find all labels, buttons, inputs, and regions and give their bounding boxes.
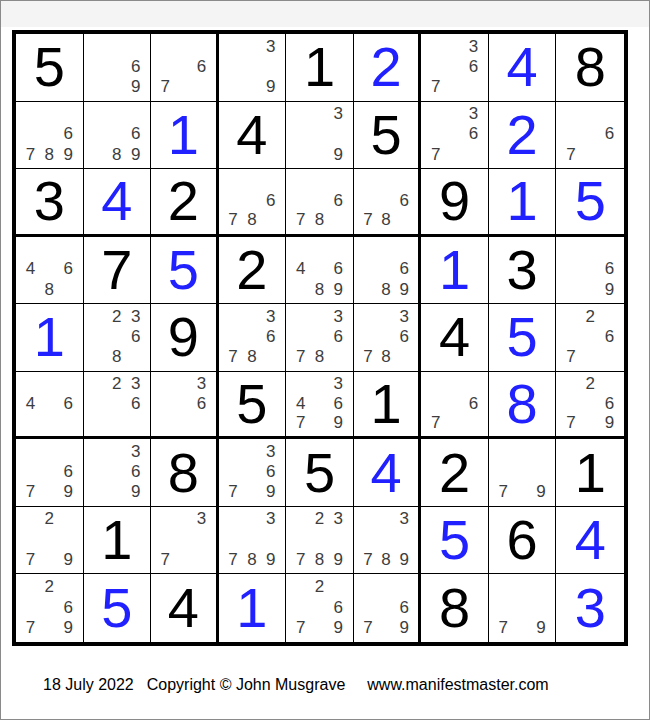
given-digit: 5 — [16, 34, 83, 101]
cell-r6c3[interactable]: 36 — [151, 372, 219, 440]
given-digit: 2 — [219, 237, 286, 304]
candidate-marks: 689 — [89, 104, 146, 165]
solved-digit: 1 — [489, 169, 556, 234]
cell-r3c3[interactable]: 2 — [151, 169, 219, 237]
candidate-marks: 3679 — [224, 441, 281, 502]
cell-r4c9[interactable]: 69 — [556, 237, 624, 305]
cell-r6c7[interactable]: 67 — [421, 372, 489, 440]
cell-r7c7[interactable]: 2 — [421, 439, 489, 507]
candidate-marks: 67 — [561, 104, 619, 165]
cell-r1c5[interactable]: 1 — [286, 34, 354, 102]
solved-digit: 3 — [556, 574, 624, 642]
given-digit: 8 — [421, 574, 488, 642]
candidate-marks: 678 — [359, 171, 414, 230]
footer-website: www.manifestmaster.com — [367, 676, 548, 693]
cell-r7c1[interactable]: 679 — [16, 439, 84, 507]
candidate-marks: 6789 — [21, 104, 78, 165]
solved-digit: 5 — [556, 169, 624, 234]
cell-r2c9[interactable]: 67 — [556, 102, 624, 170]
cell-r5c8[interactable]: 5 — [489, 304, 557, 372]
cell-r8c7[interactable]: 5 — [421, 507, 489, 575]
cell-r4c3[interactable]: 5 — [151, 237, 219, 305]
cell-r7c2[interactable]: 369 — [84, 439, 152, 507]
solved-digit: 5 — [151, 237, 216, 304]
solved-digit: 4 — [84, 169, 151, 234]
candidate-marks: 69 — [89, 36, 146, 97]
solved-digit: 1 — [421, 237, 488, 304]
given-digit: 4 — [421, 304, 488, 371]
cell-r9c1[interactable]: 2679 — [16, 574, 84, 642]
given-digit: 9 — [151, 304, 216, 371]
cell-r1c6[interactable]: 2 — [354, 34, 422, 102]
cell-r8c8[interactable]: 6 — [489, 507, 557, 575]
given-digit: 1 — [286, 34, 353, 101]
given-digit: 3 — [489, 237, 556, 304]
candidate-marks: 2679 — [561, 374, 619, 433]
cell-r9c9[interactable]: 3 — [556, 574, 624, 642]
candidate-marks: 367 — [426, 36, 483, 97]
cell-r1c1[interactable]: 5 — [16, 34, 84, 102]
cell-r1c9[interactable]: 8 — [556, 34, 624, 102]
cell-r3c8[interactable]: 1 — [489, 169, 557, 237]
given-digit: 1 — [84, 507, 151, 574]
candidate-marks: 678 — [291, 171, 348, 230]
cell-r2c5[interactable]: 39 — [286, 102, 354, 170]
solved-digit: 1 — [16, 304, 83, 371]
footer-date: 18 July 2022 — [43, 676, 134, 693]
given-digit: 6 — [489, 507, 556, 574]
candidate-marks: 39 — [224, 36, 281, 97]
candidate-marks: 679 — [21, 441, 78, 502]
candidate-marks: 3678 — [224, 306, 281, 367]
cell-r8c9[interactable]: 4 — [556, 507, 624, 575]
cell-r3c6[interactable]: 678 — [354, 169, 422, 237]
candidate-marks: 279 — [21, 509, 78, 570]
candidate-marks: 34679 — [291, 374, 348, 433]
candidate-marks: 37 — [156, 509, 211, 570]
cell-r6c1[interactable]: 46 — [16, 372, 84, 440]
candidate-marks: 79 — [494, 441, 551, 502]
given-digit: 5 — [286, 439, 353, 506]
given-digit: 3 — [16, 169, 83, 234]
candidate-marks: 2679 — [291, 576, 348, 638]
cell-r8c2[interactable]: 1 — [84, 507, 152, 575]
cell-r5c4[interactable]: 3678 — [219, 304, 287, 372]
candidate-marks: 678 — [224, 171, 281, 230]
given-digit: 4 — [219, 102, 286, 169]
candidate-marks: 3789 — [224, 509, 281, 570]
candidate-marks: 39 — [291, 104, 348, 165]
candidate-marks: 3789 — [359, 509, 414, 570]
candidate-marks: 689 — [359, 239, 414, 300]
cell-r3c7[interactable]: 9 — [421, 169, 489, 237]
cell-r6c4[interactable]: 5 — [219, 372, 287, 440]
cell-r1c7[interactable]: 367 — [421, 34, 489, 102]
cell-r7c9[interactable]: 1 — [556, 439, 624, 507]
cell-r3c1[interactable]: 3 — [16, 169, 84, 237]
cell-r4c8[interactable]: 3 — [489, 237, 557, 305]
cell-r8c5[interactable]: 23789 — [286, 507, 354, 575]
cell-r4c2[interactable]: 7 — [84, 237, 152, 305]
cell-r9c5[interactable]: 2679 — [286, 574, 354, 642]
solved-digit: 5 — [84, 574, 151, 642]
cell-r6c6[interactable]: 1 — [354, 372, 422, 440]
cell-r7c3[interactable]: 8 — [151, 439, 219, 507]
candidate-marks: 23789 — [291, 509, 348, 570]
candidate-marks: 4689 — [291, 239, 348, 300]
solved-digit: 4 — [489, 34, 556, 101]
solved-digit: 4 — [354, 439, 419, 506]
candidate-marks: 67 — [156, 36, 211, 97]
candidate-marks: 67 — [426, 374, 483, 433]
solved-digit: 1 — [219, 574, 286, 642]
footer: 18 July 2022Copyright © John Musgravewww… — [43, 676, 649, 694]
cell-r3c4[interactable]: 678 — [219, 169, 287, 237]
cell-r2c7[interactable]: 367 — [421, 102, 489, 170]
footer-copyright: Copyright © John Musgrave — [147, 676, 346, 693]
cell-r4c5[interactable]: 4689 — [286, 237, 354, 305]
candidate-marks: 369 — [89, 441, 146, 502]
cell-r5c6[interactable]: 3678 — [354, 304, 422, 372]
given-digit: 9 — [421, 169, 488, 234]
cell-r1c3[interactable]: 67 — [151, 34, 219, 102]
cell-r6c8[interactable]: 8 — [489, 372, 557, 440]
page: 5696739123674867896891439536726734267867… — [0, 0, 650, 720]
solved-digit: 5 — [489, 304, 556, 371]
cell-r9c2[interactable]: 5 — [84, 574, 152, 642]
given-digit: 8 — [151, 439, 216, 506]
cell-r9c3[interactable]: 4 — [151, 574, 219, 642]
solved-digit: 5 — [421, 507, 488, 574]
cell-r4c7[interactable]: 1 — [421, 237, 489, 305]
cell-r9c8[interactable]: 79 — [489, 574, 557, 642]
candidate-marks: 79 — [494, 576, 551, 638]
candidate-marks: 2368 — [89, 306, 146, 367]
cell-r5c3[interactable]: 9 — [151, 304, 219, 372]
cell-r2c8[interactable]: 2 — [489, 102, 557, 170]
given-digit: 5 — [219, 372, 286, 437]
solved-digit: 2 — [489, 102, 556, 169]
candidate-marks: 46 — [21, 374, 78, 433]
cell-r2c3[interactable]: 1 — [151, 102, 219, 170]
given-digit: 2 — [421, 439, 488, 506]
candidate-marks: 69 — [561, 239, 619, 300]
given-digit: 8 — [556, 34, 624, 101]
cell-r2c1[interactable]: 6789 — [16, 102, 84, 170]
cell-r3c5[interactable]: 678 — [286, 169, 354, 237]
candidate-marks: 468 — [21, 239, 78, 300]
solved-digit: 4 — [556, 507, 624, 574]
solved-digit: 8 — [489, 372, 556, 437]
cell-r4c1[interactable]: 468 — [16, 237, 84, 305]
sudoku-grid: 5696739123674867896891439536726734267867… — [12, 30, 628, 646]
cell-r5c9[interactable]: 267 — [556, 304, 624, 372]
cell-r8c3[interactable]: 37 — [151, 507, 219, 575]
cell-r9c6[interactable]: 679 — [354, 574, 422, 642]
cell-r7c6[interactable]: 4 — [354, 439, 422, 507]
candidate-marks: 2679 — [21, 576, 78, 638]
cell-r8c4[interactable]: 3789 — [219, 507, 287, 575]
cell-r8c6[interactable]: 3789 — [354, 507, 422, 575]
cell-r7c5[interactable]: 5 — [286, 439, 354, 507]
cell-r5c1[interactable]: 1 — [16, 304, 84, 372]
cell-r1c4[interactable]: 39 — [219, 34, 287, 102]
cell-r9c7[interactable]: 8 — [421, 574, 489, 642]
cell-r8c1[interactable]: 279 — [16, 507, 84, 575]
cell-r2c2[interactable]: 689 — [84, 102, 152, 170]
cell-r7c8[interactable]: 79 — [489, 439, 557, 507]
cell-r4c6[interactable]: 689 — [354, 237, 422, 305]
candidate-marks: 267 — [561, 306, 619, 367]
given-digit: 1 — [354, 372, 419, 437]
candidate-marks: 36 — [156, 374, 211, 433]
given-digit: 5 — [354, 102, 419, 169]
cell-r3c2[interactable]: 4 — [84, 169, 152, 237]
solved-digit: 2 — [354, 34, 419, 101]
cell-r2c4[interactable]: 4 — [219, 102, 287, 170]
cell-r5c5[interactable]: 3678 — [286, 304, 354, 372]
cell-r7c4[interactable]: 3679 — [219, 439, 287, 507]
given-digit: 1 — [556, 439, 624, 506]
cell-r6c2[interactable]: 236 — [84, 372, 152, 440]
cell-r5c2[interactable]: 2368 — [84, 304, 152, 372]
candidate-marks: 679 — [359, 576, 414, 638]
candidate-marks: 367 — [426, 104, 483, 165]
given-digit: 2 — [151, 169, 216, 234]
candidate-marks: 3678 — [359, 306, 414, 367]
candidate-marks: 3678 — [291, 306, 348, 367]
top-band — [1, 1, 649, 27]
cell-r6c9[interactable]: 2679 — [556, 372, 624, 440]
cell-r1c2[interactable]: 69 — [84, 34, 152, 102]
given-digit: 7 — [84, 237, 151, 304]
cell-r9c4[interactable]: 1 — [219, 574, 287, 642]
cell-r3c9[interactable]: 5 — [556, 169, 624, 237]
cell-r5c7[interactable]: 4 — [421, 304, 489, 372]
cell-r6c5[interactable]: 34679 — [286, 372, 354, 440]
candidate-marks: 236 — [89, 374, 146, 433]
cell-r2c6[interactable]: 5 — [354, 102, 422, 170]
solved-digit: 1 — [151, 102, 216, 169]
cell-r4c4[interactable]: 2 — [219, 237, 287, 305]
given-digit: 4 — [151, 574, 216, 642]
cell-r1c8[interactable]: 4 — [489, 34, 557, 102]
